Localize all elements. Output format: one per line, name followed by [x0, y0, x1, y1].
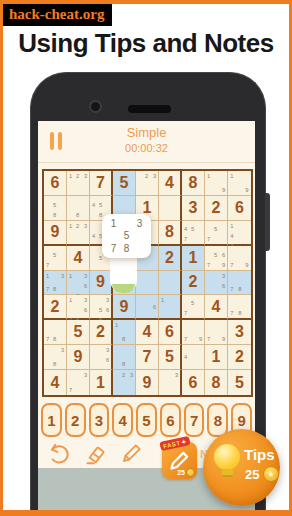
board-cell-r9c8[interactable]: 8 — [205, 370, 228, 395]
popup-note-digit: 5 — [120, 230, 133, 243]
cell-digit: 2 — [51, 299, 60, 315]
board-cell-r3c9[interactable]: 147 — [228, 221, 251, 246]
board-cell-r1c8[interactable]: 19 — [205, 171, 228, 196]
cell-notes: 38 — [44, 345, 66, 369]
cell-digit: 2 — [235, 349, 244, 365]
board-cell-r5c1[interactable]: 1378 — [44, 271, 67, 296]
cell-digit: 1 — [189, 250, 198, 266]
board-cell-r1c1[interactable]: 6 — [44, 171, 67, 196]
board-cell-r8c2[interactable]: 9 — [67, 345, 90, 370]
cell-notes: 23 — [136, 171, 158, 195]
cell-notes: 3 — [159, 370, 180, 395]
note-count: 25 — [177, 469, 185, 476]
cell-notes: 19 — [205, 171, 227, 195]
board-cell-r8c1[interactable]: 38 — [44, 345, 67, 370]
cell-digit: 5 — [235, 375, 244, 391]
tips-count: 25 — [245, 467, 259, 482]
tips-button[interactable]: Tips 25 ★ — [203, 429, 280, 506]
cell-notes: 57 — [44, 246, 66, 270]
cell-digit: 2 — [212, 200, 221, 216]
cell-digit: 5 — [165, 349, 174, 365]
numpad-5[interactable]: 5 — [136, 403, 157, 437]
cell-digit: 7 — [96, 175, 105, 191]
board-cell-r2c6[interactable] — [159, 196, 182, 221]
board-cell-r9c4[interactable]: 23 — [113, 370, 136, 395]
eraser-icon — [82, 441, 108, 467]
cell-digit: 6 — [165, 324, 174, 340]
cell-notes: 57 — [205, 221, 227, 244]
lightbulb-icon — [214, 444, 240, 470]
popup-note-digit — [107, 230, 120, 243]
board-cell-r8c6[interactable]: 5 — [159, 345, 182, 370]
cell-notes: 19 — [228, 171, 251, 195]
board-cell-r9c7[interactable]: 6 — [182, 370, 205, 395]
board-cell-r4c8[interactable]: 5679 — [205, 246, 228, 271]
cell-digit: 3 — [189, 200, 198, 216]
board-cell-r2c7[interactable]: 3 — [182, 196, 205, 221]
board-cell-r4c1[interactable]: 57 — [44, 246, 67, 271]
cell-notes: 37 — [67, 370, 89, 395]
cell-notes: 123 — [67, 221, 89, 244]
board-cell-r7c2[interactable]: 5 — [67, 320, 90, 345]
board-cell-r1c4[interactable]: 5 — [113, 171, 136, 196]
cell-notes: 147 — [228, 221, 251, 244]
coin-icon: ★ — [263, 466, 279, 482]
cell-notes: 8 — [113, 345, 135, 369]
popup-note-digit: 8 — [120, 242, 133, 255]
cell-digit: 7 — [143, 349, 152, 365]
cell-notes: 57 — [182, 295, 204, 318]
cell-digit: 3 — [235, 324, 244, 340]
cell-digit: 9 — [120, 299, 129, 315]
cell-digit: 6 — [189, 375, 198, 391]
pencil-icon — [118, 441, 144, 467]
cell-notes: 1368 — [67, 271, 89, 295]
cell-digit: 1 — [212, 349, 221, 365]
cell-digit: 1 — [96, 375, 105, 391]
cell-digit: 4 — [143, 324, 152, 340]
board-cell-r7c1[interactable]: 78 — [44, 320, 67, 345]
cell-notes: 79 — [205, 320, 227, 344]
sudoku-board[interactable]: 6123752348191958845813269123345845757147… — [42, 169, 253, 397]
cell-digit: 2 — [96, 324, 105, 340]
board-cell-r6c3[interactable]: 3568 — [90, 295, 113, 320]
cell-digit: 9 — [74, 349, 83, 365]
cell-digit: 9 — [143, 375, 152, 391]
board-cell-r2c8[interactable]: 2 — [205, 196, 228, 221]
cell-notes: 78 — [228, 271, 251, 295]
board-cell-r2c1[interactable]: 58 — [44, 196, 67, 221]
camera-icon — [89, 100, 102, 113]
board-cell-r7c5[interactable]: 4 — [136, 320, 159, 345]
numpad-3[interactable]: 3 — [89, 403, 110, 437]
board-cell-r5c5[interactable] — [136, 271, 159, 296]
cell-digit: 4 — [165, 175, 174, 191]
cell-notes: 4 — [182, 345, 204, 369]
cell-digit: 6 — [235, 200, 244, 216]
speaker-slit — [128, 105, 171, 113]
cell-notes: 13678 — [67, 295, 89, 318]
cell-notes: 5679 — [205, 246, 227, 270]
eraser-button[interactable] — [82, 441, 108, 467]
tips-label: Tips — [244, 446, 275, 463]
board-cell-r6c6[interactable]: 1 — [159, 295, 182, 320]
board-cell-r6c4[interactable]: 9 — [113, 295, 136, 320]
board-cell-r9c6[interactable]: 3 — [159, 370, 182, 395]
cell-notes: 79 — [182, 320, 204, 344]
board-cell-r9c3[interactable]: 1 — [90, 370, 113, 395]
page-title: Using Tips and Notes — [0, 28, 292, 59]
cell-notes: 23 — [113, 370, 135, 395]
board-cell-r1c3[interactable]: 7 — [90, 171, 113, 196]
board-cell-r7c4[interactable]: 18 — [113, 320, 136, 345]
board-cell-r2c2[interactable]: 8 — [67, 196, 90, 221]
cell-digit: 9 — [96, 274, 105, 290]
notes-button[interactable]: FAST 25 — [162, 442, 197, 479]
cell-notes: 1 — [159, 295, 180, 318]
cell-digit: 4 — [212, 299, 221, 315]
board-cell-r8c8[interactable]: 1 — [205, 345, 228, 370]
board-cell-r6c5[interactable]: 6 — [136, 295, 159, 320]
board-cell-r8c7[interactable]: 4 — [182, 345, 205, 370]
cell-digit: 5 — [74, 324, 83, 340]
cell-notes: 36 — [205, 271, 227, 295]
cell-notes: 79 — [228, 246, 251, 270]
cell-notes: 8 — [67, 196, 89, 220]
cell-notes: 123 — [67, 171, 89, 195]
cell-notes: 58 — [44, 196, 66, 220]
popup-note-digit — [133, 230, 146, 243]
board-cell-r9c5[interactable]: 9 — [136, 370, 159, 395]
board-cell-r7c8[interactable]: 79 — [205, 320, 228, 345]
power-button — [265, 193, 270, 251]
board-cell-r3c2[interactable]: 123 — [67, 221, 90, 246]
numpad-1[interactable]: 1 — [41, 403, 62, 437]
coin-icon — [186, 468, 195, 477]
board-cell-r7c7[interactable]: 79 — [182, 320, 205, 345]
popup-note-digit: 3 — [133, 217, 146, 230]
cell-notes: 36 — [90, 345, 111, 369]
board-cell-r5c6[interactable] — [159, 271, 182, 296]
board-cell-r5c8[interactable]: 36 — [205, 271, 228, 296]
cell-digit: 2 — [165, 250, 174, 266]
board-cell-r5c9[interactable]: 78 — [228, 271, 251, 296]
cell-notes: 78 — [228, 295, 251, 318]
board-cell-r1c9[interactable]: 19 — [228, 171, 251, 196]
board-cell-r6c8[interactable]: 4 — [205, 295, 228, 320]
number-pad: 123456789 — [41, 403, 252, 438]
cell-digit: 4 — [74, 250, 83, 266]
difficulty-label: Simple — [38, 125, 255, 140]
board-cell-r2c9[interactable]: 6 — [228, 196, 251, 221]
timer: 00:00:32 — [38, 142, 255, 154]
board-cell-r7c6[interactable]: 6 — [159, 320, 182, 345]
cell-digit: 2 — [189, 274, 198, 290]
header-divider — [38, 162, 255, 163]
board-cell-r3c6[interactable]: 8 — [159, 221, 182, 246]
cell-digit: 8 — [165, 224, 174, 240]
board-cell-r5c7[interactable]: 2 — [182, 271, 205, 296]
board-cell-r6c9[interactable]: 78 — [228, 295, 251, 320]
cell-digit: 8 — [212, 375, 221, 391]
cell-digit: 5 — [120, 175, 129, 191]
board-cell-r4c2[interactable]: 4 — [67, 246, 90, 271]
lightbulb-base — [222, 469, 233, 477]
numpad-4[interactable]: 4 — [112, 403, 133, 437]
board-cell-r6c2[interactable]: 13678 — [67, 295, 90, 320]
board-cell-r1c2[interactable]: 123 — [67, 171, 90, 196]
board-cell-r4c6[interactable]: 2 — [159, 246, 182, 271]
board-cell-r8c4[interactable]: 8 — [113, 345, 136, 370]
numpad-6[interactable]: 6 — [160, 403, 181, 437]
page: hack-cheat.org Using Tips and Notes Simp… — [0, 0, 292, 516]
notes-popup: 13578 — [102, 214, 151, 258]
cell-digit: 6 — [51, 175, 60, 191]
popup-note-digit — [120, 217, 133, 230]
cell-notes: 3568 — [90, 295, 111, 318]
board-cell-r1c7[interactable]: 8 — [182, 171, 205, 196]
board-cell-r3c1[interactable]: 9 — [44, 221, 67, 246]
cell-notes: 457 — [182, 221, 204, 244]
undo-button[interactable] — [46, 441, 72, 467]
cell-digit: 8 — [189, 175, 198, 191]
board-cell-r4c9[interactable]: 79 — [228, 246, 251, 271]
board-cell-r9c1[interactable]: 4 — [44, 370, 67, 395]
board-cell-r6c7[interactable]: 57 — [182, 295, 205, 320]
popup-note-digit: 7 — [107, 242, 120, 255]
popup-note-digit — [133, 242, 146, 255]
board-cell-r9c9[interactable]: 5 — [228, 370, 251, 395]
numpad-2[interactable]: 2 — [65, 403, 86, 437]
numpad-7[interactable]: 7 — [184, 403, 205, 437]
board-cell-r3c7[interactable]: 457 — [182, 221, 205, 246]
board-cell-r1c6[interactable]: 4 — [159, 171, 182, 196]
board-cell-r9c2[interactable]: 37 — [67, 370, 90, 395]
watermark: hack-cheat.org — [3, 4, 112, 26]
board-cell-r7c3[interactable]: 2 — [90, 320, 113, 345]
board-cell-r8c5[interactable]: 7 — [136, 345, 159, 370]
cell-digit: 4 — [51, 375, 60, 391]
cell-notes: 6 — [136, 295, 158, 318]
pencil-button[interactable] — [118, 441, 144, 467]
undo-icon — [46, 441, 72, 467]
board-cell-r7c9[interactable]: 3 — [228, 320, 251, 345]
board-cell-r4c7[interactable]: 1 — [182, 246, 205, 271]
board-cell-r8c9[interactable]: 2 — [228, 345, 251, 370]
board-cell-r6c1[interactable]: 2 — [44, 295, 67, 320]
board-cell-r3c8[interactable]: 57 — [205, 221, 228, 246]
cell-digit: 9 — [51, 224, 60, 240]
board-cell-r8c3[interactable]: 36 — [90, 345, 113, 370]
popup-note-digit: 1 — [107, 217, 120, 230]
cell-notes: 1378 — [44, 271, 66, 295]
board-cell-r1c5[interactable]: 23 — [136, 171, 159, 196]
board-cell-r5c2[interactable]: 1368 — [67, 271, 90, 296]
cell-notes: 18 — [113, 320, 135, 344]
cell-notes: 78 — [44, 320, 66, 344]
notes-popup-pointer — [110, 252, 137, 293]
